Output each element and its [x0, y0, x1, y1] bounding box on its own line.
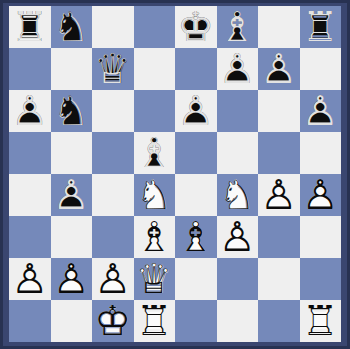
white-pawn-body: ♟ — [217, 216, 259, 258]
square-b1[interactable] — [51, 300, 93, 342]
piece-black-pawn[interactable]: ♟♙ — [51, 174, 93, 216]
white-knight-detail: ♘ — [217, 174, 259, 216]
piece-white-king[interactable]: ♚♔ — [92, 300, 134, 342]
square-c8[interactable] — [92, 6, 134, 48]
black-pawn-detail: ♙ — [217, 48, 259, 90]
black-bishop-body: ♝ — [217, 6, 259, 48]
black-rook-body: ♜ — [300, 6, 342, 48]
black-pawn-body: ♟ — [9, 90, 51, 132]
square-f4[interactable]: ♞♘ — [217, 174, 259, 216]
white-pawn-detail: ♙ — [92, 258, 134, 300]
square-c2[interactable]: ♟♙ — [92, 258, 134, 300]
square-g8[interactable] — [258, 6, 300, 48]
piece-black-knight[interactable]: ♞♘ — [51, 6, 93, 48]
square-h4[interactable]: ♟♙ — [300, 174, 342, 216]
square-d2[interactable]: ♛♕ — [134, 258, 176, 300]
white-queen-body: ♛ — [134, 258, 176, 300]
white-bishop-body: ♝ — [134, 216, 176, 258]
piece-white-pawn[interactable]: ♟♙ — [258, 174, 300, 216]
square-e4[interactable] — [175, 174, 217, 216]
square-f6[interactable] — [217, 90, 259, 132]
square-h3[interactable] — [300, 216, 342, 258]
black-pawn-body: ♟ — [300, 90, 342, 132]
square-c6[interactable] — [92, 90, 134, 132]
square-b8[interactable]: ♞♘ — [51, 6, 93, 48]
square-a6[interactable]: ♟♙ — [9, 90, 51, 132]
piece-black-bishop[interactable]: ♝♗ — [217, 6, 259, 48]
piece-white-rook[interactable]: ♜♖ — [300, 300, 342, 342]
white-knight-detail: ♘ — [134, 174, 176, 216]
white-pawn-body: ♟ — [51, 258, 93, 300]
white-queen-detail: ♕ — [134, 258, 176, 300]
square-h8[interactable]: ♜♖ — [300, 6, 342, 48]
square-c7[interactable]: ♛♕ — [92, 48, 134, 90]
square-f2[interactable] — [217, 258, 259, 300]
square-c5[interactable] — [92, 132, 134, 174]
piece-white-bishop[interactable]: ♝♗ — [175, 216, 217, 258]
white-pawn-detail: ♙ — [217, 216, 259, 258]
piece-white-pawn[interactable]: ♟♙ — [51, 258, 93, 300]
square-c3[interactable] — [92, 216, 134, 258]
square-a4[interactable] — [9, 174, 51, 216]
square-g2[interactable] — [258, 258, 300, 300]
black-rook-body: ♜ — [9, 6, 51, 48]
black-pawn-body: ♟ — [175, 90, 217, 132]
piece-black-pawn[interactable]: ♟♙ — [175, 90, 217, 132]
piece-white-pawn[interactable]: ♟♙ — [300, 174, 342, 216]
white-pawn-detail: ♙ — [258, 174, 300, 216]
square-g4[interactable]: ♟♙ — [258, 174, 300, 216]
square-f1[interactable] — [217, 300, 259, 342]
square-b5[interactable] — [51, 132, 93, 174]
black-queen-body: ♛ — [92, 48, 134, 90]
square-e2[interactable] — [175, 258, 217, 300]
black-knight-body: ♞ — [51, 90, 93, 132]
piece-white-pawn[interactable]: ♟♙ — [9, 258, 51, 300]
square-d7[interactable] — [134, 48, 176, 90]
square-h7[interactable] — [300, 48, 342, 90]
square-a1[interactable] — [9, 300, 51, 342]
white-bishop-detail: ♗ — [175, 216, 217, 258]
piece-black-queen[interactable]: ♛♕ — [92, 48, 134, 90]
square-g6[interactable] — [258, 90, 300, 132]
black-pawn-detail: ♙ — [175, 90, 217, 132]
square-a7[interactable] — [9, 48, 51, 90]
white-rook-detail: ♖ — [300, 300, 342, 342]
square-g5[interactable] — [258, 132, 300, 174]
white-pawn-body: ♟ — [258, 174, 300, 216]
black-pawn-detail: ♙ — [51, 174, 93, 216]
black-pawn-body: ♟ — [258, 48, 300, 90]
square-b3[interactable] — [51, 216, 93, 258]
square-f7[interactable]: ♟♙ — [217, 48, 259, 90]
square-e1[interactable] — [175, 300, 217, 342]
white-pawn-detail: ♙ — [300, 174, 342, 216]
black-pawn-body: ♟ — [51, 174, 93, 216]
square-h2[interactable] — [300, 258, 342, 300]
square-e8[interactable]: ♚♔ — [175, 6, 217, 48]
piece-black-pawn[interactable]: ♟♙ — [258, 48, 300, 90]
square-d6[interactable] — [134, 90, 176, 132]
black-pawn-detail: ♙ — [9, 90, 51, 132]
piece-white-pawn[interactable]: ♟♙ — [217, 216, 259, 258]
piece-black-pawn[interactable]: ♟♙ — [9, 90, 51, 132]
black-bishop-detail: ♗ — [134, 132, 176, 174]
white-pawn-body: ♟ — [92, 258, 134, 300]
white-pawn-detail: ♙ — [9, 258, 51, 300]
black-queen-detail: ♕ — [92, 48, 134, 90]
black-rook-detail: ♖ — [9, 6, 51, 48]
white-pawn-body: ♟ — [300, 174, 342, 216]
square-b7[interactable] — [51, 48, 93, 90]
piece-white-knight[interactable]: ♞♘ — [134, 174, 176, 216]
square-c1[interactable]: ♚♔ — [92, 300, 134, 342]
square-g7[interactable]: ♟♙ — [258, 48, 300, 90]
piece-white-queen[interactable]: ♛♕ — [134, 258, 176, 300]
black-pawn-detail: ♙ — [300, 90, 342, 132]
white-rook-detail: ♖ — [134, 300, 176, 342]
square-b2[interactable]: ♟♙ — [51, 258, 93, 300]
square-a5[interactable] — [9, 132, 51, 174]
white-bishop-detail: ♗ — [134, 216, 176, 258]
square-a3[interactable] — [9, 216, 51, 258]
piece-white-pawn[interactable]: ♟♙ — [92, 258, 134, 300]
piece-black-knight[interactable]: ♞♘ — [51, 90, 93, 132]
board-frame: ♜♖♞♘♚♔♝♗♜♖♛♕♟♙♟♙♟♙♞♘♟♙♟♙♝♗♟♙♞♘♞♘♟♙♟♙♝♗♝♗… — [0, 0, 350, 349]
white-pawn-detail: ♙ — [51, 258, 93, 300]
square-d1[interactable]: ♜♖ — [134, 300, 176, 342]
black-rook-detail: ♖ — [300, 6, 342, 48]
white-king-body: ♚ — [92, 300, 134, 342]
white-knight-body: ♞ — [217, 174, 259, 216]
white-pawn-body: ♟ — [9, 258, 51, 300]
square-f3[interactable]: ♟♙ — [217, 216, 259, 258]
square-f8[interactable]: ♝♗ — [217, 6, 259, 48]
square-g1[interactable] — [258, 300, 300, 342]
square-a2[interactable]: ♟♙ — [9, 258, 51, 300]
square-d5[interactable]: ♝♗ — [134, 132, 176, 174]
black-knight-body: ♞ — [51, 6, 93, 48]
piece-black-pawn[interactable]: ♟♙ — [217, 48, 259, 90]
square-e7[interactable] — [175, 48, 217, 90]
square-e3[interactable]: ♝♗ — [175, 216, 217, 258]
square-f5[interactable] — [217, 132, 259, 174]
square-c4[interactable] — [92, 174, 134, 216]
white-knight-body: ♞ — [134, 174, 176, 216]
black-bishop-detail: ♗ — [217, 6, 259, 48]
piece-black-pawn[interactable]: ♟♙ — [300, 90, 342, 132]
piece-black-bishop[interactable]: ♝♗ — [134, 132, 176, 174]
black-pawn-body: ♟ — [217, 48, 259, 90]
piece-black-king[interactable]: ♚♔ — [175, 6, 217, 48]
square-h5[interactable] — [300, 132, 342, 174]
piece-black-rook[interactable]: ♜♖ — [9, 6, 51, 48]
square-d3[interactable]: ♝♗ — [134, 216, 176, 258]
square-d8[interactable] — [134, 6, 176, 48]
square-b4[interactable]: ♟♙ — [51, 174, 93, 216]
black-king-detail: ♔ — [175, 6, 217, 48]
square-g3[interactable] — [258, 216, 300, 258]
square-h1[interactable]: ♜♖ — [300, 300, 342, 342]
chess-board: ♜♖♞♘♚♔♝♗♜♖♛♕♟♙♟♙♟♙♞♘♟♙♟♙♝♗♟♙♞♘♞♘♟♙♟♙♝♗♝♗… — [9, 6, 341, 342]
piece-white-bishop[interactable]: ♝♗ — [134, 216, 176, 258]
piece-white-rook[interactable]: ♜♖ — [134, 300, 176, 342]
square-b6[interactable]: ♞♘ — [51, 90, 93, 132]
white-king-detail: ♔ — [92, 300, 134, 342]
white-bishop-body: ♝ — [175, 216, 217, 258]
black-knight-detail: ♘ — [51, 6, 93, 48]
square-d4[interactable]: ♞♘ — [134, 174, 176, 216]
black-king-body: ♚ — [175, 6, 217, 48]
black-knight-detail: ♘ — [51, 90, 93, 132]
piece-black-rook[interactable]: ♜♖ — [300, 6, 342, 48]
black-bishop-body: ♝ — [134, 132, 176, 174]
square-e5[interactable] — [175, 132, 217, 174]
piece-white-knight[interactable]: ♞♘ — [217, 174, 259, 216]
white-rook-body: ♜ — [134, 300, 176, 342]
white-rook-body: ♜ — [300, 300, 342, 342]
square-e6[interactable]: ♟♙ — [175, 90, 217, 132]
square-h6[interactable]: ♟♙ — [300, 90, 342, 132]
black-pawn-detail: ♙ — [258, 48, 300, 90]
square-a8[interactable]: ♜♖ — [9, 6, 51, 48]
